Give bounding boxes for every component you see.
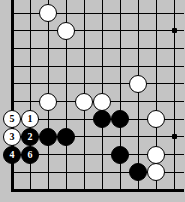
stone-white-H7	[129, 75, 147, 93]
go-board-diagram: 513246	[0, 0, 184, 202]
stone-black-G5	[111, 110, 129, 128]
stone-black-H2	[129, 163, 147, 181]
stone-white-D10	[57, 22, 75, 40]
stone-white-J2	[147, 163, 165, 181]
grid-line-h	[11, 66, 185, 67]
board-edge-bottom	[11, 189, 185, 192]
stone-white-F6	[93, 93, 111, 111]
star-point-K10	[172, 28, 177, 33]
grid-line-h	[11, 83, 185, 84]
stone-white-C6	[39, 93, 57, 111]
stone-white-C11	[39, 4, 57, 22]
stone-black-B3-move-6: 6	[21, 146, 39, 164]
stone-black-G3	[111, 146, 129, 164]
stone-black-D4	[57, 128, 75, 146]
stone-white-A5-move-5: 5	[3, 110, 21, 128]
grid-line-h	[11, 30, 185, 31]
stone-white-J5	[147, 110, 165, 128]
grid-line-h	[11, 48, 185, 49]
stone-white-B5-move-1: 1	[21, 110, 39, 128]
stone-white-A4-move-3: 3	[3, 128, 21, 146]
stone-white-J3	[147, 146, 165, 164]
stone-black-B4-move-2: 2	[21, 128, 39, 146]
star-point-K4	[172, 134, 177, 139]
stone-black-F5	[93, 110, 111, 128]
grid-line-h	[11, 13, 185, 14]
stone-black-A3-move-4: 4	[3, 146, 21, 164]
stone-black-C4	[39, 128, 57, 146]
stone-white-E6	[75, 93, 93, 111]
